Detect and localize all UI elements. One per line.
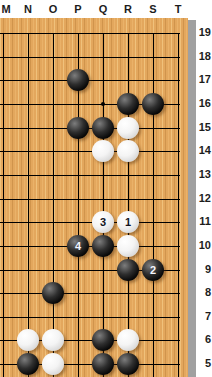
col-label-T: T <box>168 2 188 16</box>
grid-vline-M <box>3 33 4 377</box>
grid-vline-N <box>28 33 29 377</box>
black-stone-P17[interactable] <box>67 69 89 91</box>
row-label-19: 19 <box>190 26 211 39</box>
black-stone-R9[interactable] <box>117 259 139 281</box>
row-label-9: 9 <box>190 263 211 276</box>
grid-vline-O <box>53 33 54 377</box>
row-label-16: 16 <box>190 97 211 110</box>
col-label-Q: Q <box>93 2 113 16</box>
col-label-M: M <box>0 2 16 16</box>
black-stone-R5[interactable] <box>117 353 139 375</box>
star-point-Q16 <box>101 102 105 106</box>
row-label-6: 6 <box>190 333 211 346</box>
row-label-12: 12 <box>190 192 211 205</box>
black-stone-Q10[interactable] <box>92 235 114 257</box>
row-label-8: 8 <box>190 286 211 299</box>
col-label-R: R <box>118 2 138 16</box>
black-stone-Q5[interactable] <box>92 353 114 375</box>
black-stone-Q6[interactable] <box>92 329 114 351</box>
white-stone-R14[interactable] <box>117 140 139 162</box>
white-stone-Q11[interactable]: 3 <box>92 211 114 233</box>
go-diagram: MNOPQRST19181716151413121110987653142 <box>0 0 212 377</box>
row-label-17: 17 <box>190 73 211 86</box>
row-label-7: 7 <box>190 310 211 323</box>
grid-vline-R <box>128 33 129 377</box>
black-stone-P15[interactable] <box>67 117 89 139</box>
black-stone-Q15[interactable] <box>92 117 114 139</box>
white-stone-R10[interactable] <box>117 235 139 257</box>
white-stone-O5[interactable] <box>42 353 64 375</box>
col-label-O: O <box>43 2 63 16</box>
row-label-14: 14 <box>190 144 211 157</box>
col-label-P: P <box>68 2 88 16</box>
white-stone-R11[interactable]: 1 <box>117 211 139 233</box>
black-stone-P10[interactable]: 4 <box>67 235 89 257</box>
col-label-N: N <box>18 2 38 16</box>
row-label-5: 5 <box>190 357 211 370</box>
col-label-S: S <box>143 2 163 16</box>
grid-vline-S <box>153 33 154 377</box>
white-stone-R6[interactable] <box>117 329 139 351</box>
row-label-13: 13 <box>190 168 211 181</box>
black-stone-O8[interactable] <box>42 282 64 304</box>
white-stone-Q14[interactable] <box>92 140 114 162</box>
white-stone-R15[interactable] <box>117 117 139 139</box>
black-stone-S16[interactable] <box>142 93 164 115</box>
black-stone-N5[interactable] <box>17 353 39 375</box>
grid-vline-Q <box>103 33 104 377</box>
black-stone-R16[interactable] <box>117 93 139 115</box>
row-label-10: 10 <box>190 239 211 252</box>
white-stone-O6[interactable] <box>42 329 64 351</box>
black-stone-S9[interactable]: 2 <box>142 259 164 281</box>
white-stone-N6[interactable] <box>17 329 39 351</box>
row-label-18: 18 <box>190 50 211 63</box>
row-label-15: 15 <box>190 121 211 134</box>
grid-vline-T <box>178 33 179 377</box>
row-label-11: 11 <box>190 215 211 228</box>
